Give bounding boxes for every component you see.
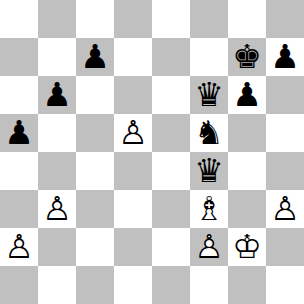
square-h6[interactable] (266, 76, 304, 114)
square-e8[interactable] (152, 0, 190, 38)
square-c7[interactable]: ♟ (76, 38, 114, 76)
square-g1[interactable] (228, 266, 266, 304)
square-g5[interactable] (228, 114, 266, 152)
white-king-icon: ♔ (228, 228, 266, 266)
black-knight-piece[interactable]: ♞ (190, 114, 228, 152)
square-f2[interactable]: ♟♙ (190, 228, 228, 266)
square-c6[interactable] (76, 76, 114, 114)
square-c2[interactable] (76, 228, 114, 266)
square-h8[interactable] (266, 0, 304, 38)
white-pawn-piece[interactable]: ♟♙ (114, 114, 152, 152)
square-g8[interactable] (228, 0, 266, 38)
white-pawn-icon: ♙ (38, 190, 76, 228)
square-b7[interactable] (38, 38, 76, 76)
square-c3[interactable] (76, 190, 114, 228)
black-pawn-piece[interactable]: ♟ (228, 76, 266, 114)
square-f5[interactable]: ♞ (190, 114, 228, 152)
square-b8[interactable] (38, 0, 76, 38)
square-e5[interactable] (152, 114, 190, 152)
square-b3[interactable]: ♟♙ (38, 190, 76, 228)
square-c1[interactable] (76, 266, 114, 304)
black-pawn-icon: ♟ (76, 38, 114, 76)
square-d1[interactable] (114, 266, 152, 304)
square-b6[interactable]: ♟ (38, 76, 76, 114)
black-pawn-piece[interactable]: ♟ (266, 38, 304, 76)
square-e4[interactable] (152, 152, 190, 190)
black-pawn-piece[interactable]: ♟ (0, 114, 38, 152)
square-d6[interactable] (114, 76, 152, 114)
square-a7[interactable] (0, 38, 38, 76)
black-queen-icon: ♛ (190, 76, 228, 114)
square-f6[interactable]: ♛ (190, 76, 228, 114)
square-b5[interactable] (38, 114, 76, 152)
black-queen-piece[interactable]: ♛ (190, 76, 228, 114)
white-bishop-piece[interactable]: ♝♗ (190, 190, 228, 228)
black-pawn-icon: ♟ (228, 76, 266, 114)
square-g3[interactable] (228, 190, 266, 228)
white-pawn-piece[interactable]: ♟♙ (266, 190, 304, 228)
black-pawn-piece[interactable]: ♟ (38, 76, 76, 114)
square-g4[interactable] (228, 152, 266, 190)
square-b4[interactable] (38, 152, 76, 190)
square-a3[interactable] (0, 190, 38, 228)
square-a2[interactable]: ♟♙ (0, 228, 38, 266)
square-g7[interactable]: ♚ (228, 38, 266, 76)
black-pawn-piece[interactable]: ♟ (76, 38, 114, 76)
square-e1[interactable] (152, 266, 190, 304)
square-d8[interactable] (114, 0, 152, 38)
chess-board: ♟♚♟♟♛♟♟♟♙♞♛♟♙♝♗♟♙♟♙♟♙♚♔ (0, 0, 304, 304)
square-h7[interactable]: ♟ (266, 38, 304, 76)
square-d2[interactable] (114, 228, 152, 266)
square-e6[interactable] (152, 76, 190, 114)
white-pawn-icon: ♙ (114, 114, 152, 152)
square-h3[interactable]: ♟♙ (266, 190, 304, 228)
square-c8[interactable] (76, 0, 114, 38)
white-bishop-icon: ♗ (190, 190, 228, 228)
square-a4[interactable] (0, 152, 38, 190)
white-pawn-piece[interactable]: ♟♙ (0, 228, 38, 266)
square-c5[interactable] (76, 114, 114, 152)
square-h5[interactable] (266, 114, 304, 152)
square-d4[interactable] (114, 152, 152, 190)
square-d5[interactable]: ♟♙ (114, 114, 152, 152)
white-pawn-icon: ♙ (266, 190, 304, 228)
black-king-piece[interactable]: ♚ (228, 38, 266, 76)
white-pawn-piece[interactable]: ♟♙ (38, 190, 76, 228)
square-h2[interactable] (266, 228, 304, 266)
square-a1[interactable] (0, 266, 38, 304)
black-king-icon: ♚ (228, 38, 266, 76)
square-a5[interactable]: ♟ (0, 114, 38, 152)
square-f3[interactable]: ♝♗ (190, 190, 228, 228)
square-f8[interactable] (190, 0, 228, 38)
square-e3[interactable] (152, 190, 190, 228)
square-f4[interactable]: ♛ (190, 152, 228, 190)
square-f7[interactable] (190, 38, 228, 76)
square-h1[interactable] (266, 266, 304, 304)
square-b1[interactable] (38, 266, 76, 304)
white-pawn-icon: ♙ (0, 228, 38, 266)
square-c4[interactable] (76, 152, 114, 190)
black-pawn-icon: ♟ (0, 114, 38, 152)
square-g2[interactable]: ♚♔ (228, 228, 266, 266)
square-g6[interactable]: ♟ (228, 76, 266, 114)
square-d7[interactable] (114, 38, 152, 76)
square-d3[interactable] (114, 190, 152, 228)
white-king-piece[interactable]: ♚♔ (228, 228, 266, 266)
square-a6[interactable] (0, 76, 38, 114)
square-e2[interactable] (152, 228, 190, 266)
black-pawn-icon: ♟ (266, 38, 304, 76)
white-pawn-piece[interactable]: ♟♙ (190, 228, 228, 266)
square-b2[interactable] (38, 228, 76, 266)
square-f1[interactable] (190, 266, 228, 304)
black-pawn-icon: ♟ (38, 76, 76, 114)
black-queen-piece[interactable]: ♛ (190, 152, 228, 190)
white-pawn-icon: ♙ (190, 228, 228, 266)
black-queen-icon: ♛ (190, 152, 228, 190)
square-h4[interactable] (266, 152, 304, 190)
square-a8[interactable] (0, 0, 38, 38)
black-knight-icon: ♞ (190, 114, 228, 152)
square-e7[interactable] (152, 38, 190, 76)
